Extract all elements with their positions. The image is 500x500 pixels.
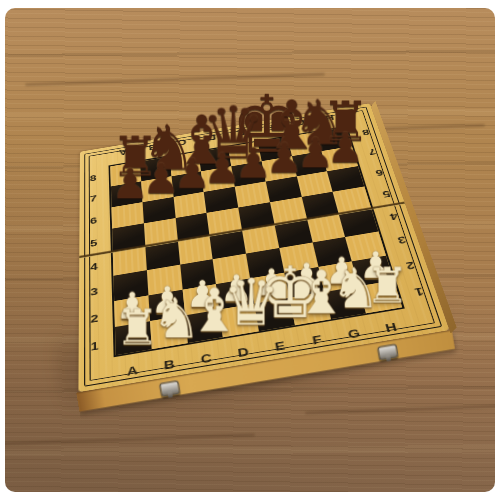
square-b6[interactable]	[142, 197, 175, 224]
square-b1[interactable]: ♞	[150, 316, 188, 350]
clasp-latch-right	[377, 344, 398, 361]
square-c6[interactable]	[173, 192, 207, 219]
square-a1[interactable]: ♜	[115, 321, 152, 355]
clasp-latch-left	[160, 380, 181, 397]
square-f4[interactable]	[274, 219, 312, 248]
black-pawn[interactable]: ♟	[204, 148, 235, 188]
scene: HGFEDCBA ABCDEFGH 87654321 12345678 ♜♞♝♛…	[0, 0, 500, 500]
square-h7[interactable]: ♟	[322, 146, 358, 171]
black-pawn[interactable]: ♟	[234, 143, 265, 183]
square-f1[interactable]: ♝	[289, 292, 330, 325]
product-photo[interactable]: HGFEDCBA ABCDEFGH 87654321 12345678 ♜♞♝♛…	[0, 0, 500, 500]
square-d4[interactable]	[210, 230, 246, 259]
square-b7[interactable]: ♟	[141, 176, 173, 202]
square-g1[interactable]: ♞	[324, 286, 366, 319]
white-knight[interactable]: ♞	[151, 293, 187, 346]
white-rook[interactable]: ♜	[116, 305, 152, 351]
white-bishop[interactable]: ♝	[294, 265, 330, 322]
black-pawn[interactable]: ♟	[142, 159, 173, 199]
chess-board: HGFEDCBA ABCDEFGH 87654321 12345678 ♜♞♝♛…	[78, 103, 449, 392]
black-pawn[interactable]: ♟	[111, 164, 142, 204]
black-pawn[interactable]: ♟	[265, 138, 296, 178]
black-pawn[interactable]: ♟	[173, 154, 204, 194]
black-pawn[interactable]: ♟	[327, 128, 358, 168]
white-knight[interactable]: ♞	[330, 263, 366, 316]
black-pawn[interactable]: ♟	[296, 133, 327, 173]
